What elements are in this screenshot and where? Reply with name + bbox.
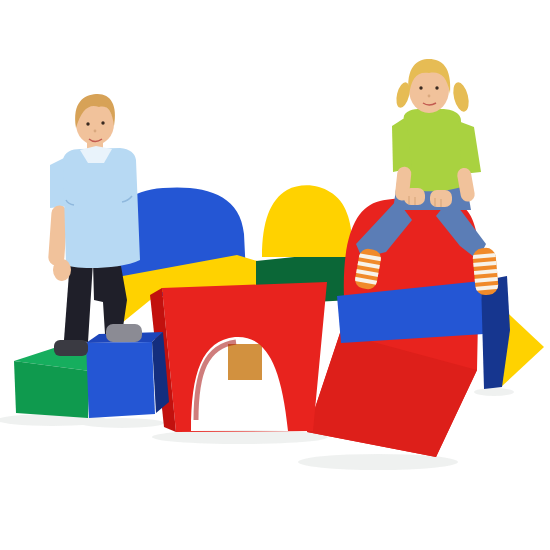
boy-eye-left (86, 122, 89, 125)
product-photo (0, 0, 550, 550)
shadow-beam-end (474, 388, 514, 396)
block-blue-cube-front (86, 342, 155, 418)
girl-pigtail-right (451, 81, 472, 113)
boy-shoe-right (106, 324, 142, 342)
shadow-tunnel (152, 430, 328, 444)
girl-eye-left (419, 86, 422, 89)
boy-pants-right-leg (93, 262, 127, 334)
girl-eye-right (435, 86, 438, 89)
shadow-cube (80, 418, 164, 428)
block-inside-tunnel (228, 344, 262, 380)
girl-nose (428, 95, 431, 98)
block-yellow-half-cylinder (262, 185, 352, 257)
boy-nose (94, 130, 97, 133)
boy-shirt (63, 148, 140, 268)
boy-hand-left (53, 259, 71, 281)
foam-blocks-scene (0, 0, 550, 550)
boy-eye-right (101, 121, 104, 124)
boy-shoe-left (54, 340, 88, 356)
girl-sleeve-right (458, 121, 481, 174)
block-green-platform-front (14, 361, 90, 418)
